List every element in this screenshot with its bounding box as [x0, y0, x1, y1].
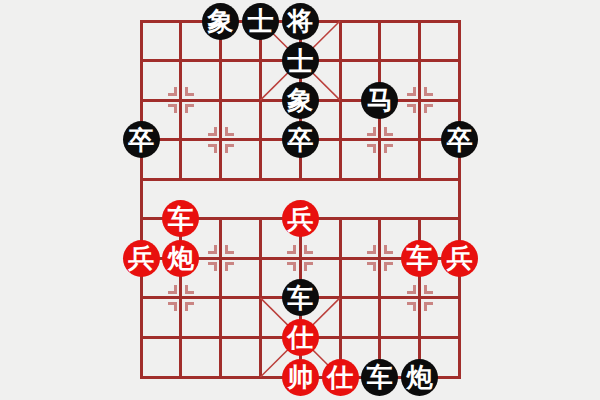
piece-red-soldier[interactable]: 兵	[282, 200, 319, 237]
grid-line-v	[378, 217, 381, 378]
point-marker	[287, 262, 296, 271]
point-marker	[424, 87, 433, 96]
grid-line-v	[179, 20, 182, 181]
point-marker	[367, 127, 376, 136]
piece-black-soldier[interactable]: 卒	[441, 121, 478, 158]
piece-red-cannon[interactable]: 炮	[162, 240, 199, 277]
point-marker	[168, 104, 177, 113]
point-marker	[407, 104, 416, 113]
piece-black-general[interactable]: 将	[282, 3, 319, 40]
point-marker	[304, 245, 313, 254]
point-marker	[407, 285, 416, 294]
point-marker	[424, 104, 433, 113]
point-marker	[185, 285, 194, 294]
point-marker	[185, 87, 194, 96]
piece-red-soldier[interactable]: 兵	[441, 240, 478, 277]
point-marker	[424, 285, 433, 294]
point-marker	[225, 127, 234, 136]
grid-line-v	[418, 20, 421, 181]
piece-black-soldier[interactable]: 卒	[123, 121, 160, 158]
point-marker	[407, 87, 416, 96]
point-marker	[168, 87, 177, 96]
piece-red-soldier[interactable]: 兵	[123, 240, 160, 277]
grid-line-v	[259, 217, 262, 378]
grid-line-v	[339, 217, 342, 378]
piece-black-horse[interactable]: 马	[361, 82, 398, 119]
grid-line-v	[259, 20, 262, 181]
screenshot-canvas: 象士将士象马卒卒卒车兵兵炮车兵车仕帅仕车炮	[0, 0, 600, 400]
piece-black-soldier[interactable]: 卒	[282, 121, 319, 158]
piece-black-chariot[interactable]: 车	[361, 359, 398, 396]
piece-black-chariot[interactable]: 车	[282, 279, 319, 316]
piece-black-elephant[interactable]: 象	[202, 3, 239, 40]
point-marker	[225, 245, 234, 254]
point-marker	[424, 302, 433, 311]
piece-black-advisor[interactable]: 士	[282, 42, 319, 79]
point-marker	[304, 262, 313, 271]
piece-black-elephant[interactable]: 象	[282, 82, 319, 119]
piece-red-chariot[interactable]: 车	[401, 240, 438, 277]
piece-black-cannon[interactable]: 炮	[401, 359, 438, 396]
piece-red-advisor[interactable]: 仕	[322, 359, 359, 396]
xiangqi-board[interactable]: 象士将士象马卒卒卒车兵兵炮车兵车仕帅仕车炮	[0, 0, 600, 400]
point-marker	[185, 302, 194, 311]
point-marker	[168, 302, 177, 311]
piece-red-general[interactable]: 帅	[282, 359, 319, 396]
point-marker	[384, 144, 393, 153]
piece-black-advisor[interactable]: 士	[242, 3, 279, 40]
point-marker	[287, 245, 296, 254]
grid-line-v	[219, 20, 222, 181]
point-marker	[367, 245, 376, 254]
grid-line-v	[458, 20, 461, 379]
point-marker	[384, 245, 393, 254]
piece-red-advisor[interactable]: 仕	[282, 319, 319, 356]
point-marker	[225, 262, 234, 271]
point-marker	[185, 104, 194, 113]
grid-line-v	[219, 217, 222, 378]
point-marker	[225, 144, 234, 153]
grid-line-v	[140, 20, 143, 379]
grid-line-v	[339, 20, 342, 181]
point-marker	[367, 262, 376, 271]
point-marker	[208, 127, 217, 136]
point-marker	[208, 262, 217, 271]
point-marker	[168, 285, 177, 294]
point-marker	[384, 127, 393, 136]
point-marker	[367, 144, 376, 153]
point-marker	[208, 245, 217, 254]
piece-red-chariot[interactable]: 车	[162, 200, 199, 237]
point-marker	[208, 144, 217, 153]
point-marker	[407, 302, 416, 311]
point-marker	[384, 262, 393, 271]
